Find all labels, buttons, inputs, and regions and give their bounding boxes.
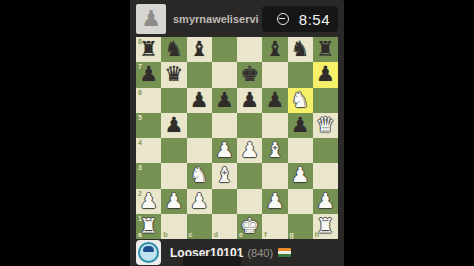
rank-label-8: 8	[138, 38, 142, 45]
square-g4[interactable]	[288, 138, 313, 163]
square-f4[interactable]: ♝	[262, 138, 287, 163]
square-b8[interactable]: ♞	[161, 37, 186, 62]
square-d3[interactable]: ♝	[212, 163, 237, 188]
square-d8[interactable]	[212, 37, 237, 62]
file-label-b: b	[163, 231, 167, 238]
square-d4[interactable]: ♟	[212, 138, 237, 163]
square-e7[interactable]: ♚	[237, 62, 262, 87]
square-g5[interactable]: ♟	[288, 113, 313, 138]
white-pawn: ♟	[316, 191, 335, 212]
white-pawn: ♟	[215, 140, 234, 161]
file-label-d: d	[214, 231, 218, 238]
black-pawn: ♟	[215, 90, 234, 111]
black-pawn: ♟	[316, 64, 335, 85]
square-e8[interactable]	[237, 37, 262, 62]
square-b4[interactable]	[161, 138, 186, 163]
file-label-a: a	[138, 231, 142, 238]
rank-label-1: 1	[138, 215, 142, 222]
square-c4[interactable]	[187, 138, 212, 163]
square-f3[interactable]	[262, 163, 287, 188]
square-e5[interactable]	[237, 113, 262, 138]
white-pawn: ♟	[164, 191, 183, 212]
square-a1[interactable]: 1a♜	[136, 214, 161, 239]
top-player-name[interactable]: smyrnaweliservicegma	[173, 13, 259, 25]
square-d7[interactable]	[212, 62, 237, 87]
white-queen: ♛	[316, 115, 335, 136]
square-f8[interactable]: ♝	[262, 37, 287, 62]
file-label-e: e	[239, 231, 243, 238]
rank-label-2: 2	[138, 190, 142, 197]
pawn-avatar-icon: ♟	[141, 8, 161, 30]
square-f2[interactable]: ♟	[262, 189, 287, 214]
file-label-f: f	[264, 231, 266, 238]
file-label-h: h	[315, 231, 319, 238]
square-e4[interactable]: ♟	[237, 138, 262, 163]
file-label-g: g	[290, 231, 294, 238]
black-bishop: ♝	[265, 39, 284, 60]
square-a2[interactable]: 2♟	[136, 189, 161, 214]
rank-label-5: 5	[138, 114, 142, 121]
square-h2[interactable]: ♟	[313, 189, 338, 214]
white-knight: ♞	[291, 90, 310, 111]
square-g8[interactable]: ♞	[288, 37, 313, 62]
square-e6[interactable]: ♟	[237, 88, 262, 113]
square-h8[interactable]: ♜	[313, 37, 338, 62]
square-g2[interactable]	[288, 189, 313, 214]
black-queen: ♛	[164, 64, 183, 85]
square-g1[interactable]: g	[288, 214, 313, 239]
black-knight: ♞	[164, 39, 183, 60]
black-pawn: ♟	[291, 115, 310, 136]
square-g6[interactable]: ♞	[288, 88, 313, 113]
white-king: ♚	[240, 216, 259, 237]
rank-label-3: 3	[138, 164, 142, 171]
square-g7[interactable]	[288, 62, 313, 87]
square-d6[interactable]: ♟	[212, 88, 237, 113]
game-screen: ♟ smyrnaweliservicegma 8:54 8♜♞♝♝♞♜7♟♛♚♟…	[130, 0, 344, 266]
top-player-clock: 8:54	[262, 6, 338, 32]
black-bishop: ♝	[190, 39, 209, 60]
square-h6[interactable]	[313, 88, 338, 113]
square-b3[interactable]	[161, 163, 186, 188]
white-pawn: ♟	[265, 191, 284, 212]
bottom-avatar-logo-icon	[138, 242, 159, 263]
square-c2[interactable]: ♟	[187, 189, 212, 214]
square-c5[interactable]	[187, 113, 212, 138]
circle-minus-icon	[277, 13, 289, 25]
square-f7[interactable]	[262, 62, 287, 87]
white-rook: ♜	[139, 216, 158, 237]
square-h1[interactable]: h♜	[313, 214, 338, 239]
black-pawn: ♟	[190, 90, 209, 111]
square-b7[interactable]: ♛	[161, 62, 186, 87]
square-a6[interactable]: 6	[136, 88, 161, 113]
square-f5[interactable]	[262, 113, 287, 138]
square-h3[interactable]	[313, 163, 338, 188]
square-a5[interactable]: 5	[136, 113, 161, 138]
square-a8[interactable]: 8♜	[136, 37, 161, 62]
square-c7[interactable]	[187, 62, 212, 87]
white-pawn: ♟	[291, 165, 310, 186]
black-pawn: ♟	[164, 115, 183, 136]
black-pawn: ♟	[240, 90, 259, 111]
square-a4[interactable]: 4	[136, 138, 161, 163]
square-c3[interactable]: ♞	[187, 163, 212, 188]
square-d2[interactable]	[212, 189, 237, 214]
square-d1[interactable]: d	[212, 214, 237, 239]
rank-label-6: 6	[138, 89, 142, 96]
square-h7[interactable]: ♟	[313, 62, 338, 87]
square-a3[interactable]: 3	[136, 163, 161, 188]
top-player-avatar[interactable]: ♟	[136, 4, 166, 34]
square-c8[interactable]: ♝	[187, 37, 212, 62]
square-f6[interactable]: ♟	[262, 88, 287, 113]
black-pawn: ♟	[265, 90, 284, 111]
white-bishop: ♝	[265, 140, 284, 161]
square-e3[interactable]	[237, 163, 262, 188]
white-bishop: ♝	[215, 165, 234, 186]
square-b2[interactable]: ♟	[161, 189, 186, 214]
chess-board[interactable]: 8♜♞♝♝♞♜7♟♛♚♟6♟♟♟♟♞5♟♟♛4♟♟♝3♞♝♟2♟♟♟♟♟1a♜b…	[136, 37, 338, 239]
top-player-bar: ♟ smyrnaweliservicegma 8:54	[130, 0, 344, 37]
cutoff-bottom-button[interactable]	[183, 256, 241, 266]
square-e2[interactable]	[237, 189, 262, 214]
black-pawn: ♟	[139, 64, 158, 85]
file-label-c: c	[189, 231, 193, 238]
square-a7[interactable]: 7♟	[136, 62, 161, 87]
square-d5[interactable]	[212, 113, 237, 138]
white-pawn: ♟	[240, 140, 259, 161]
bottom-player-avatar[interactable]	[136, 240, 161, 265]
bottom-player-rating: (840)	[247, 247, 273, 259]
black-rook: ♜	[316, 39, 335, 60]
square-c1[interactable]: c	[187, 214, 212, 239]
white-pawn: ♟	[190, 191, 209, 212]
white-knight: ♞	[190, 165, 209, 186]
flag-stripe-green	[278, 254, 291, 257]
square-b6[interactable]	[161, 88, 186, 113]
square-b5[interactable]: ♟	[161, 113, 186, 138]
square-c6[interactable]: ♟	[187, 88, 212, 113]
rank-label-4: 4	[138, 139, 142, 146]
square-e1[interactable]: e♚	[237, 214, 262, 239]
square-b1[interactable]: b	[161, 214, 186, 239]
black-rook: ♜	[139, 39, 158, 60]
white-pawn: ♟	[139, 191, 158, 212]
square-f1[interactable]: f	[262, 214, 287, 239]
square-g3[interactable]: ♟	[288, 163, 313, 188]
black-king: ♚	[240, 64, 259, 85]
india-flag-icon	[278, 248, 291, 257]
video-frame: ♟ smyrnaweliservicegma 8:54 8♜♞♝♝♞♜7♟♛♚♟…	[0, 0, 474, 266]
top-clock-time: 8:54	[299, 11, 330, 28]
rank-label-7: 7	[138, 63, 142, 70]
square-h5[interactable]: ♛	[313, 113, 338, 138]
black-knight: ♞	[291, 39, 310, 60]
square-h4[interactable]	[313, 138, 338, 163]
